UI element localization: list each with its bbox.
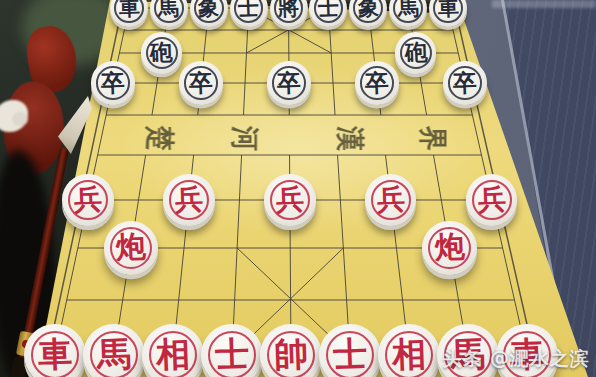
piece-black-cannon[interactable]: 砲 bbox=[395, 32, 436, 73]
piece-character: 兵 bbox=[477, 181, 506, 220]
piece-black-soldier[interactable]: 卒 bbox=[267, 61, 310, 104]
piece-red-soldier[interactable]: 兵 bbox=[163, 174, 214, 225]
piece-character: 士 bbox=[214, 331, 250, 377]
river-character: 界 bbox=[415, 126, 453, 151]
piece-character: 相 bbox=[155, 331, 191, 377]
piece-character: 士 bbox=[238, 0, 260, 22]
piece-character: 兵 bbox=[376, 181, 405, 220]
piece-character: 兵 bbox=[174, 181, 203, 220]
piece-character: 馬 bbox=[158, 0, 180, 22]
piece-black-soldier[interactable]: 卒 bbox=[443, 61, 486, 104]
piece-red-cannon[interactable]: 炮 bbox=[104, 221, 159, 276]
river-character: 漢 bbox=[332, 126, 370, 151]
piece-character: 卒 bbox=[365, 67, 390, 100]
river-character: 河 bbox=[227, 126, 265, 151]
piece-red-soldier[interactable]: 兵 bbox=[365, 174, 416, 225]
piece-character: 相 bbox=[391, 331, 427, 377]
piece-red-soldier[interactable]: 兵 bbox=[264, 174, 315, 225]
piece-character: 炮 bbox=[115, 227, 146, 269]
piece-character: 車 bbox=[118, 0, 140, 22]
piece-red-advisor[interactable]: 士 bbox=[319, 324, 381, 377]
piece-character: 馬 bbox=[96, 331, 132, 377]
piece-red-advisor[interactable]: 士 bbox=[201, 324, 263, 377]
piece-character: 象 bbox=[198, 0, 220, 22]
piece-character: 卒 bbox=[189, 67, 214, 100]
piece-character: 卒 bbox=[101, 67, 126, 100]
watermark-text: 头条 @淝水之滨 bbox=[442, 346, 590, 372]
piece-black-cannon[interactable]: 砲 bbox=[141, 32, 182, 73]
piece-character: 砲 bbox=[150, 37, 174, 69]
piece-character: 炮 bbox=[434, 227, 465, 269]
piece-red-chariot[interactable]: 車 bbox=[24, 324, 86, 377]
piece-red-soldier[interactable]: 兵 bbox=[62, 174, 113, 225]
piece-character: 兵 bbox=[275, 181, 304, 220]
piece-red-horse[interactable]: 馬 bbox=[83, 324, 145, 377]
piece-character: 兵 bbox=[73, 181, 102, 220]
piece-black-soldier[interactable]: 卒 bbox=[355, 61, 398, 104]
piece-black-soldier[interactable]: 卒 bbox=[179, 61, 222, 104]
piece-character: 帥 bbox=[273, 331, 309, 377]
piece-character: 士 bbox=[317, 0, 339, 22]
faint-corner-glare bbox=[492, 0, 596, 8]
piece-character: 士 bbox=[332, 331, 368, 377]
piece-character: 象 bbox=[357, 0, 379, 22]
piece-character: 車 bbox=[437, 0, 459, 22]
piece-black-soldier[interactable]: 卒 bbox=[91, 61, 134, 104]
piece-character: 卒 bbox=[277, 67, 302, 100]
river-character: 楚 bbox=[142, 126, 180, 151]
piece-red-cannon[interactable]: 炮 bbox=[422, 221, 477, 276]
piece-character: 馬 bbox=[397, 0, 419, 22]
piece-red-soldier[interactable]: 兵 bbox=[466, 174, 517, 225]
piece-character: 車 bbox=[37, 331, 73, 377]
piece-red-elephant[interactable]: 相 bbox=[142, 324, 204, 377]
piece-red-elephant[interactable]: 相 bbox=[378, 324, 440, 377]
xiangqi-photo-scene: 楚河漢界 車馬象士將士象馬車砲砲卒卒卒卒卒兵兵兵兵兵炮炮車馬相士帥士相馬車 头条… bbox=[0, 0, 596, 377]
piece-character: 卒 bbox=[453, 67, 478, 100]
piece-red-general[interactable]: 帥 bbox=[260, 324, 322, 377]
piece-character: 砲 bbox=[404, 37, 428, 69]
piece-character: 將 bbox=[278, 0, 300, 22]
